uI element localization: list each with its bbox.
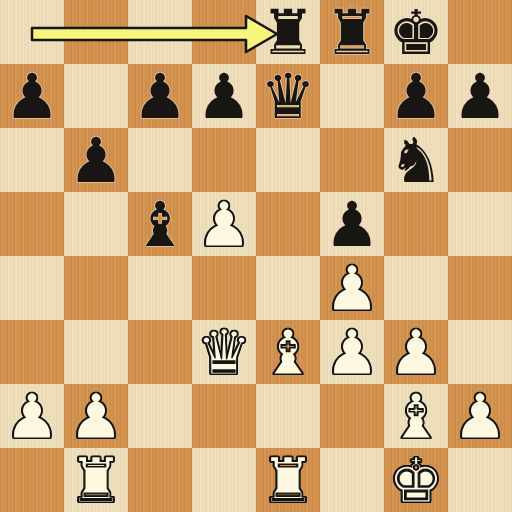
square-a2[interactable]: ♟: [0, 384, 64, 448]
square-h5[interactable]: [448, 192, 512, 256]
square-c3[interactable]: [128, 320, 192, 384]
square-h2[interactable]: ♟: [448, 384, 512, 448]
square-a3[interactable]: [0, 320, 64, 384]
square-c6[interactable]: [128, 128, 192, 192]
square-g2[interactable]: ♝: [384, 384, 448, 448]
square-b6[interactable]: ♟: [64, 128, 128, 192]
square-e3[interactable]: ♝: [256, 320, 320, 384]
square-a4[interactable]: [0, 256, 64, 320]
square-d6[interactable]: [192, 128, 256, 192]
square-e6[interactable]: [256, 128, 320, 192]
black-pawn[interactable]: ♟: [68, 129, 124, 193]
white-pawn[interactable]: ♟: [196, 193, 252, 257]
square-d3[interactable]: ♛: [192, 320, 256, 384]
square-a5[interactable]: [0, 192, 64, 256]
square-h7[interactable]: ♟: [448, 64, 512, 128]
square-g5[interactable]: [384, 192, 448, 256]
square-f7[interactable]: [320, 64, 384, 128]
white-pawn[interactable]: ♟: [452, 385, 508, 449]
black-pawn[interactable]: ♟: [388, 65, 444, 129]
white-pawn[interactable]: ♟: [4, 385, 60, 449]
square-g3[interactable]: ♟: [384, 320, 448, 384]
square-f6[interactable]: [320, 128, 384, 192]
square-c5[interactable]: ♝: [128, 192, 192, 256]
square-f3[interactable]: ♟: [320, 320, 384, 384]
square-f5[interactable]: ♟: [320, 192, 384, 256]
black-knight[interactable]: ♞: [388, 129, 444, 193]
square-c1[interactable]: [128, 448, 192, 512]
white-pawn[interactable]: ♟: [324, 321, 380, 385]
square-f2[interactable]: [320, 384, 384, 448]
square-b4[interactable]: [64, 256, 128, 320]
square-d5[interactable]: ♟: [192, 192, 256, 256]
square-h3[interactable]: [448, 320, 512, 384]
square-d8[interactable]: [192, 0, 256, 64]
square-d1[interactable]: [192, 448, 256, 512]
square-g1[interactable]: ♚: [384, 448, 448, 512]
square-c8[interactable]: [128, 0, 192, 64]
black-rook[interactable]: ♜: [324, 1, 380, 65]
white-bishop[interactable]: ♝: [260, 321, 316, 385]
black-pawn[interactable]: ♟: [196, 65, 252, 129]
square-f8[interactable]: ♜: [320, 0, 384, 64]
black-pawn[interactable]: ♟: [132, 65, 188, 129]
square-c4[interactable]: [128, 256, 192, 320]
square-d2[interactable]: [192, 384, 256, 448]
square-g6[interactable]: ♞: [384, 128, 448, 192]
square-b8[interactable]: [64, 0, 128, 64]
square-d7[interactable]: ♟: [192, 64, 256, 128]
square-e8[interactable]: ♜: [256, 0, 320, 64]
square-e7[interactable]: ♛: [256, 64, 320, 128]
black-rook[interactable]: ♜: [260, 1, 316, 65]
white-bishop[interactable]: ♝: [388, 385, 444, 449]
white-pawn[interactable]: ♟: [68, 385, 124, 449]
square-f1[interactable]: [320, 448, 384, 512]
square-e5[interactable]: [256, 192, 320, 256]
square-g8[interactable]: ♚: [384, 0, 448, 64]
square-a7[interactable]: ♟: [0, 64, 64, 128]
white-rook[interactable]: ♜: [68, 449, 124, 512]
black-pawn[interactable]: ♟: [4, 65, 60, 129]
square-a8[interactable]: [0, 0, 64, 64]
white-queen[interactable]: ♛: [196, 321, 252, 385]
square-c7[interactable]: ♟: [128, 64, 192, 128]
white-pawn[interactable]: ♟: [388, 321, 444, 385]
square-b3[interactable]: [64, 320, 128, 384]
white-pawn[interactable]: ♟: [324, 257, 380, 321]
square-b5[interactable]: [64, 192, 128, 256]
square-g7[interactable]: ♟: [384, 64, 448, 128]
square-h4[interactable]: [448, 256, 512, 320]
square-e4[interactable]: [256, 256, 320, 320]
board-grid: ♜♜♚♟♟♟♛♟♟♟♞♝♟♟♟♛♝♟♟♟♟♝♟♜♜♚: [0, 0, 512, 512]
square-c2[interactable]: [128, 384, 192, 448]
chess-board: ♜♜♚♟♟♟♛♟♟♟♞♝♟♟♟♛♝♟♟♟♟♝♟♜♜♚: [0, 0, 512, 512]
black-pawn[interactable]: ♟: [324, 193, 380, 257]
square-h1[interactable]: [448, 448, 512, 512]
square-e2[interactable]: [256, 384, 320, 448]
square-g4[interactable]: [384, 256, 448, 320]
square-b1[interactable]: ♜: [64, 448, 128, 512]
square-f4[interactable]: ♟: [320, 256, 384, 320]
black-pawn[interactable]: ♟: [452, 65, 508, 129]
square-h6[interactable]: [448, 128, 512, 192]
square-e1[interactable]: ♜: [256, 448, 320, 512]
black-queen[interactable]: ♛: [260, 65, 316, 129]
square-d4[interactable]: [192, 256, 256, 320]
square-h8[interactable]: [448, 0, 512, 64]
white-king[interactable]: ♚: [388, 449, 444, 512]
black-king[interactable]: ♚: [388, 1, 444, 65]
square-b7[interactable]: [64, 64, 128, 128]
white-rook[interactable]: ♜: [260, 449, 316, 512]
black-bishop[interactable]: ♝: [132, 193, 188, 257]
square-a6[interactable]: [0, 128, 64, 192]
square-b2[interactable]: ♟: [64, 384, 128, 448]
square-a1[interactable]: [0, 448, 64, 512]
